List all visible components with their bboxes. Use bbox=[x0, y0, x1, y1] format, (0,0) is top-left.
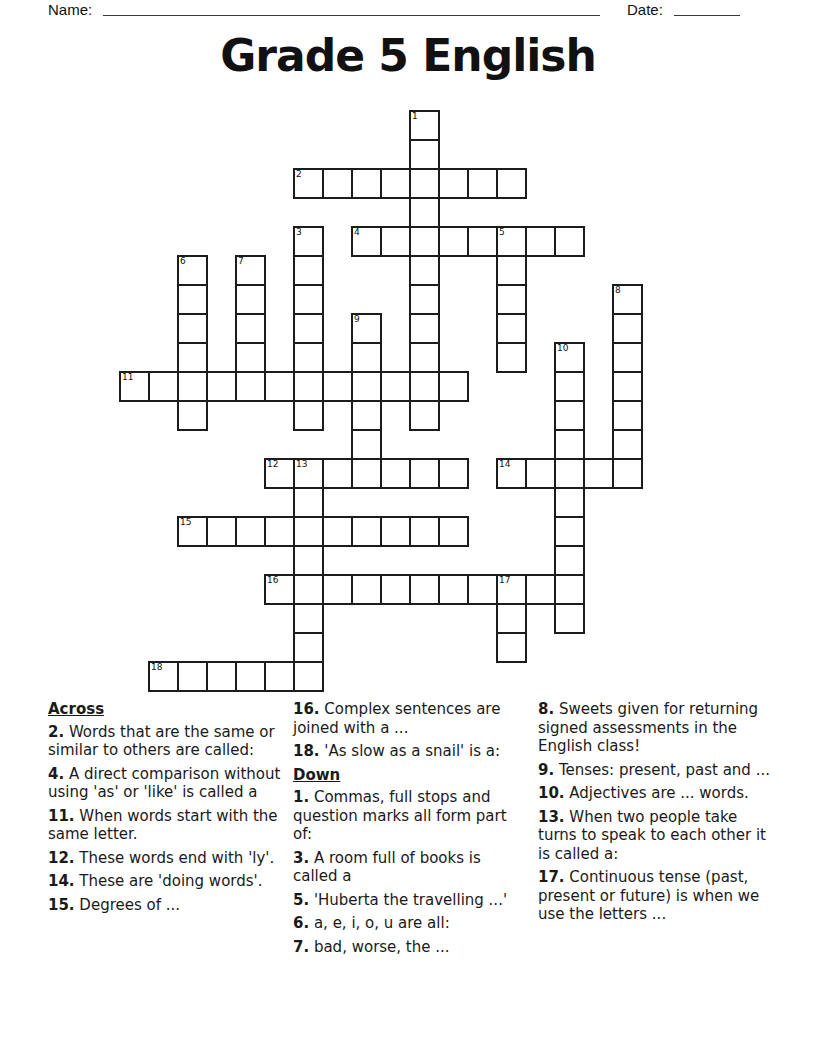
clue-column-2: 16. Complex sentences are joined with a … bbox=[293, 700, 530, 961]
cell-number: 2 bbox=[296, 170, 302, 179]
clue-across-18: 18. 'As slow as a snail' is a: bbox=[293, 742, 530, 761]
clue-across-15: 15. Degrees of ... bbox=[48, 896, 285, 915]
grid-cell[interactable] bbox=[409, 516, 440, 547]
name-label: Name: bbox=[48, 1, 92, 18]
cell-number: 9 bbox=[354, 315, 360, 324]
grid-cell[interactable] bbox=[409, 284, 440, 315]
grid-cell[interactable] bbox=[467, 574, 498, 605]
grid-cell[interactable] bbox=[438, 516, 469, 547]
crossword-grid: 123456789101112131415161718 bbox=[119, 110, 643, 692]
cell-number: 8 bbox=[615, 286, 621, 295]
grid-cell[interactable] bbox=[293, 661, 324, 692]
clue-down-8: 8. Sweets given for returning signed ass… bbox=[538, 700, 775, 756]
cell-number: 6 bbox=[180, 257, 186, 266]
grid-cell[interactable] bbox=[293, 487, 324, 518]
worksheet-page: Name: Date: Grade 5 English 123456789101… bbox=[0, 0, 816, 1056]
grid-cell[interactable] bbox=[409, 139, 440, 170]
clue-column-3: 8. Sweets given for returning signed ass… bbox=[538, 700, 775, 961]
grid-cell[interactable] bbox=[264, 371, 295, 402]
grid-cell[interactable] bbox=[409, 255, 440, 286]
grid-cell[interactable] bbox=[438, 226, 469, 257]
grid-cell[interactable] bbox=[293, 371, 324, 402]
grid-cell[interactable] bbox=[177, 342, 208, 373]
clue-down-17: 17. Continuous tense (past, present or f… bbox=[538, 868, 775, 924]
clue-down-7: 7. bad, worse, the ... bbox=[293, 938, 530, 957]
grid-cell[interactable] bbox=[235, 371, 266, 402]
grid-cell[interactable] bbox=[525, 574, 556, 605]
grid-cell[interactable] bbox=[351, 168, 382, 199]
grid-cell[interactable] bbox=[235, 313, 266, 344]
grid-cell[interactable] bbox=[496, 255, 527, 286]
grid-cell[interactable] bbox=[496, 313, 527, 344]
clue-down-9: 9. Tenses: present, past and ... bbox=[538, 761, 775, 780]
grid-cell[interactable] bbox=[409, 197, 440, 228]
grid-cell[interactable] bbox=[467, 226, 498, 257]
grid-cell[interactable] bbox=[148, 371, 179, 402]
grid-cell[interactable] bbox=[496, 603, 527, 634]
grid-cell[interactable] bbox=[293, 632, 324, 663]
grid-cell[interactable] bbox=[612, 313, 643, 344]
grid-cell[interactable] bbox=[409, 168, 440, 199]
grid-cell[interactable] bbox=[293, 400, 324, 431]
grid-cell[interactable] bbox=[380, 226, 411, 257]
grid-cell[interactable] bbox=[351, 458, 382, 489]
clue-down-1: 1. Commas, full stops and question marks… bbox=[293, 788, 530, 844]
clue-down-10: 10. Adjectives are ... words. bbox=[538, 784, 775, 803]
grid-cell[interactable] bbox=[380, 458, 411, 489]
grid-cell[interactable] bbox=[206, 516, 237, 547]
grid-cell[interactable] bbox=[322, 516, 353, 547]
grid-cell[interactable] bbox=[322, 458, 353, 489]
clue-across-16: 16. Complex sentences are joined with a … bbox=[293, 700, 530, 737]
date-label: Date: bbox=[627, 1, 663, 18]
grid-cell[interactable] bbox=[554, 487, 585, 518]
grid-cell[interactable] bbox=[554, 400, 585, 431]
grid-cell[interactable] bbox=[380, 574, 411, 605]
clue-down-3: 3. A room full of books is called a bbox=[293, 849, 530, 886]
grid-cell[interactable] bbox=[409, 400, 440, 431]
clues-section: Across2. Words that are the same or simi… bbox=[48, 700, 776, 961]
cell-number: 16 bbox=[267, 576, 278, 585]
clue-across-4: 4. A direct comparison without using 'as… bbox=[48, 765, 285, 802]
grid-cell[interactable] bbox=[612, 400, 643, 431]
grid-cell[interactable] bbox=[351, 574, 382, 605]
grid-cell[interactable] bbox=[293, 313, 324, 344]
grid-cell[interactable] bbox=[409, 574, 440, 605]
cell-number: 14 bbox=[499, 460, 510, 469]
grid-cell[interactable] bbox=[554, 458, 585, 489]
grid-cell[interactable] bbox=[235, 661, 266, 692]
cell-number: 1 bbox=[412, 112, 418, 121]
grid-cell[interactable] bbox=[554, 574, 585, 605]
grid-cell[interactable] bbox=[554, 226, 585, 257]
grid-cell[interactable] bbox=[322, 574, 353, 605]
clue-down-13: 13. When two people take turns to speak … bbox=[538, 808, 775, 864]
grid-cell[interactable] bbox=[380, 168, 411, 199]
cell-number: 18 bbox=[151, 663, 162, 672]
puzzle-title: Grade 5 English bbox=[0, 30, 816, 82]
clue-down-5: 5. 'Huberta the travelling ...' bbox=[293, 891, 530, 910]
grid-cell[interactable] bbox=[554, 371, 585, 402]
grid-cell[interactable] bbox=[409, 371, 440, 402]
grid-cell[interactable] bbox=[438, 371, 469, 402]
grid-cell[interactable] bbox=[264, 516, 295, 547]
cell-number: 17 bbox=[499, 576, 510, 585]
grid-cell[interactable] bbox=[554, 603, 585, 634]
grid-cell[interactable] bbox=[235, 342, 266, 373]
grid-cell[interactable] bbox=[293, 284, 324, 315]
grid-cell[interactable] bbox=[351, 342, 382, 373]
grid-cell[interactable] bbox=[438, 574, 469, 605]
cell-number: 15 bbox=[180, 518, 191, 527]
clue-column-1: Across2. Words that are the same or simi… bbox=[48, 700, 285, 961]
grid-cell[interactable] bbox=[612, 429, 643, 460]
grid-cell[interactable] bbox=[177, 371, 208, 402]
grid-cell[interactable] bbox=[293, 574, 324, 605]
grid-cell[interactable] bbox=[293, 545, 324, 576]
grid-cell[interactable] bbox=[525, 226, 556, 257]
grid-cell[interactable] bbox=[293, 342, 324, 373]
cell-number: 7 bbox=[238, 257, 244, 266]
grid-cell[interactable] bbox=[612, 458, 643, 489]
grid-cell[interactable] bbox=[206, 661, 237, 692]
cell-number: 5 bbox=[499, 228, 505, 237]
grid-cell[interactable] bbox=[554, 545, 585, 576]
grid-cell[interactable] bbox=[525, 458, 556, 489]
grid-cell[interactable] bbox=[293, 255, 324, 286]
grid-cell[interactable] bbox=[467, 168, 498, 199]
date-input-line[interactable] bbox=[674, 15, 740, 16]
grid-cell[interactable] bbox=[177, 661, 208, 692]
grid-cell[interactable] bbox=[409, 342, 440, 373]
clue-across-11: 11. When words start with the same lette… bbox=[48, 807, 285, 844]
grid-cell[interactable] bbox=[351, 400, 382, 431]
grid-cell[interactable] bbox=[322, 371, 353, 402]
grid-cell[interactable] bbox=[438, 458, 469, 489]
grid-cell[interactable] bbox=[322, 168, 353, 199]
grid-cell[interactable] bbox=[235, 516, 266, 547]
grid-cell[interactable] bbox=[554, 429, 585, 460]
grid-cell[interactable] bbox=[496, 342, 527, 373]
grid-cell[interactable] bbox=[351, 516, 382, 547]
clue-across-14: 14. These are 'doing words'. bbox=[48, 872, 285, 891]
grid-cell[interactable] bbox=[235, 284, 266, 315]
name-input-line[interactable] bbox=[103, 15, 600, 16]
grid-cell[interactable] bbox=[206, 371, 237, 402]
cell-number: 12 bbox=[267, 460, 278, 469]
grid-cell[interactable] bbox=[496, 284, 527, 315]
grid-cell[interactable] bbox=[293, 516, 324, 547]
down-header: Down bbox=[293, 766, 530, 785]
grid-cell[interactable] bbox=[409, 458, 440, 489]
grid-cell[interactable] bbox=[380, 516, 411, 547]
clue-down-6: 6. a, e, i, o, u are all: bbox=[293, 914, 530, 933]
grid-cell[interactable] bbox=[264, 661, 295, 692]
cell-number: 13 bbox=[296, 460, 307, 469]
grid-cell[interactable] bbox=[496, 632, 527, 663]
grid-cell[interactable] bbox=[612, 371, 643, 402]
clue-across-12: 12. These words end with 'ly'. bbox=[48, 849, 285, 868]
grid-cell[interactable] bbox=[293, 603, 324, 634]
cell-number: 4 bbox=[354, 228, 360, 237]
across-header: Across bbox=[48, 700, 285, 719]
grid-cell[interactable] bbox=[612, 342, 643, 373]
grid-cell[interactable] bbox=[380, 371, 411, 402]
clue-across-2: 2. Words that are the same or similar to… bbox=[48, 723, 285, 760]
cell-number: 11 bbox=[122, 373, 133, 382]
grid-cell[interactable] bbox=[438, 168, 469, 199]
grid-cell[interactable] bbox=[496, 168, 527, 199]
grid-cell[interactable] bbox=[351, 429, 382, 460]
grid-cell[interactable] bbox=[409, 226, 440, 257]
cell-number: 3 bbox=[296, 228, 302, 237]
cell-number: 10 bbox=[557, 344, 568, 353]
grid-cell[interactable] bbox=[554, 516, 585, 547]
grid-cell[interactable] bbox=[177, 400, 208, 431]
grid-cell[interactable] bbox=[351, 371, 382, 402]
grid-cell[interactable] bbox=[583, 458, 614, 489]
grid-cell[interactable] bbox=[177, 284, 208, 315]
grid-cell[interactable] bbox=[177, 313, 208, 344]
grid-cell[interactable] bbox=[409, 313, 440, 344]
